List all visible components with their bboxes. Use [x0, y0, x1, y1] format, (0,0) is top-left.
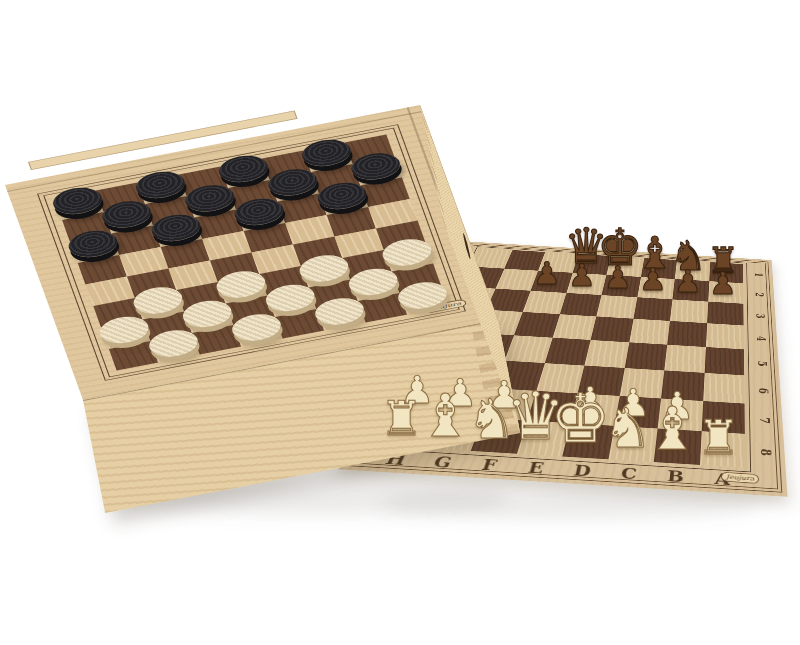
chess-piece-dark-pawn[interactable]: ♟ — [604, 262, 632, 293]
rank-label: 2 — [753, 291, 766, 298]
chess-piece-dark-pawn[interactable]: ♟ — [639, 264, 667, 295]
chess-square[interactable] — [707, 301, 744, 325]
chess-piece-light-bishop[interactable]: ♝ — [419, 386, 472, 445]
chess-square[interactable] — [670, 299, 708, 323]
chess-square[interactable] — [591, 317, 634, 343]
chess-square[interactable] — [633, 297, 672, 321]
chess-square[interactable] — [664, 345, 705, 373]
chess-square[interactable] — [706, 323, 744, 349]
chess-square[interactable] — [560, 293, 602, 317]
rank-label: 1 — [752, 271, 765, 278]
chess-square[interactable] — [624, 342, 667, 370]
chess-piece-light-rook[interactable]: ♜ — [697, 413, 740, 461]
chess-square[interactable] — [703, 373, 745, 404]
rank-label: 5 — [755, 359, 770, 368]
chess-piece-light-rook[interactable]: ♜ — [380, 394, 423, 442]
rank-label: 6 — [755, 386, 771, 396]
chess-piece-light-king[interactable]: ♚ — [550, 385, 611, 453]
chess-square[interactable] — [704, 347, 744, 375]
product-photo-stage: HGFEDCBA1122334455667788 Jeujura Jeujura… — [0, 0, 800, 645]
chess-square[interactable] — [584, 340, 628, 368]
chess-square[interactable] — [545, 338, 591, 366]
chess-piece-dark-pawn[interactable]: ♟ — [674, 266, 702, 297]
chess-square[interactable] — [667, 321, 707, 347]
file-label: B — [665, 467, 686, 486]
file-label: C — [618, 464, 640, 483]
rank-label: 3 — [753, 312, 767, 320]
rank-label: 4 — [754, 335, 769, 344]
chess-square[interactable] — [596, 295, 637, 319]
file-label: D — [571, 462, 594, 481]
chess-piece-dark-pawn[interactable]: ♟ — [533, 258, 561, 289]
chess-piece-light-knight[interactable]: ♞ — [603, 401, 652, 456]
chess-square[interactable] — [552, 314, 596, 340]
chess-square[interactable] — [629, 319, 670, 345]
rank-label: 8 — [757, 447, 774, 459]
chess-piece-dark-pawn[interactable]: ♟ — [568, 260, 596, 291]
chess-piece-light-bishop[interactable]: ♝ — [646, 399, 699, 458]
rank-label: 7 — [756, 415, 773, 426]
chess-piece-dark-pawn[interactable]: ♟ — [709, 268, 737, 299]
